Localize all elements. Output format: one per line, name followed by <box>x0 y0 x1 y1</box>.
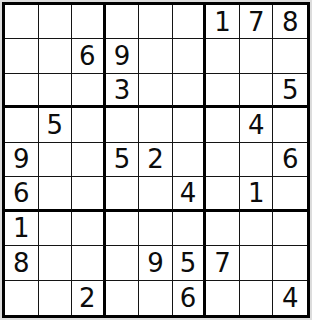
cell-r6c5[interactable] <box>139 177 173 211</box>
cell-r3c8[interactable] <box>240 74 274 108</box>
board-margin: 178693554952664118957264 <box>0 0 312 320</box>
cell-r5c7[interactable] <box>206 143 240 177</box>
given-digit-r2c3[interactable]: 6 <box>72 39 106 73</box>
cell-r9c4[interactable] <box>106 281 140 315</box>
given-digit-r6c8[interactable]: 1 <box>240 177 274 211</box>
cell-r5c2[interactable] <box>39 143 73 177</box>
cell-r7c7[interactable] <box>206 212 240 246</box>
given-digit-r8c1[interactable]: 8 <box>5 246 39 280</box>
cell-r2c2[interactable] <box>39 39 73 73</box>
cell-r5c8[interactable] <box>240 143 274 177</box>
cell-r3c5[interactable] <box>139 74 173 108</box>
cell-r1c5[interactable] <box>139 5 173 39</box>
cell-r4c4[interactable] <box>106 108 140 142</box>
given-digit-r5c5[interactable]: 2 <box>139 143 173 177</box>
cell-r8c3[interactable] <box>72 246 106 280</box>
cell-r4c3[interactable] <box>72 108 106 142</box>
cell-r2c8[interactable] <box>240 39 274 73</box>
cell-r8c4[interactable] <box>106 246 140 280</box>
cell-r6c3[interactable] <box>72 177 106 211</box>
cell-r4c6[interactable] <box>173 108 207 142</box>
cell-r6c7[interactable] <box>206 177 240 211</box>
cell-r1c1[interactable] <box>5 5 39 39</box>
cell-r3c6[interactable] <box>173 74 207 108</box>
cell-r1c3[interactable] <box>72 5 106 39</box>
given-digit-r9c3[interactable]: 2 <box>72 281 106 315</box>
cell-r4c7[interactable] <box>206 108 240 142</box>
cell-r1c2[interactable] <box>39 5 73 39</box>
given-digit-r6c6[interactable]: 4 <box>173 177 207 211</box>
cell-r6c2[interactable] <box>39 177 73 211</box>
sudoku-board: 178693554952664118957264 <box>2 2 310 318</box>
cell-r6c4[interactable] <box>106 177 140 211</box>
given-digit-r3c9[interactable]: 5 <box>273 74 307 108</box>
cell-r3c1[interactable] <box>5 74 39 108</box>
cell-r7c6[interactable] <box>173 212 207 246</box>
cell-r8c9[interactable] <box>273 246 307 280</box>
given-digit-r4c8[interactable]: 4 <box>240 108 274 142</box>
cell-r4c1[interactable] <box>5 108 39 142</box>
cell-r8c8[interactable] <box>240 246 274 280</box>
cell-r5c6[interactable] <box>173 143 207 177</box>
given-digit-r9c6[interactable]: 6 <box>173 281 207 315</box>
cell-r3c3[interactable] <box>72 74 106 108</box>
cell-r7c9[interactable] <box>273 212 307 246</box>
cell-r7c2[interactable] <box>39 212 73 246</box>
given-digit-r4c2[interactable]: 5 <box>39 108 73 142</box>
given-digit-r9c9[interactable]: 4 <box>273 281 307 315</box>
given-digit-r8c5[interactable]: 9 <box>139 246 173 280</box>
given-digit-r1c9[interactable]: 8 <box>273 5 307 39</box>
cell-r2c7[interactable] <box>206 39 240 73</box>
cell-r7c3[interactable] <box>72 212 106 246</box>
given-digit-r1c8[interactable]: 7 <box>240 5 274 39</box>
cell-r5c3[interactable] <box>72 143 106 177</box>
cell-r9c8[interactable] <box>240 281 274 315</box>
cell-r9c2[interactable] <box>39 281 73 315</box>
cell-r4c9[interactable] <box>273 108 307 142</box>
cell-r2c1[interactable] <box>5 39 39 73</box>
cell-r3c2[interactable] <box>39 74 73 108</box>
cell-r2c9[interactable] <box>273 39 307 73</box>
given-digit-r8c7[interactable]: 7 <box>206 246 240 280</box>
cell-r4c5[interactable] <box>139 108 173 142</box>
cell-r7c5[interactable] <box>139 212 173 246</box>
given-digit-r6c1[interactable]: 6 <box>5 177 39 211</box>
given-digit-r2c4[interactable]: 9 <box>106 39 140 73</box>
cell-r6c9[interactable] <box>273 177 307 211</box>
given-digit-r3c4[interactable]: 3 <box>106 74 140 108</box>
cell-r2c5[interactable] <box>139 39 173 73</box>
cell-r3c7[interactable] <box>206 74 240 108</box>
given-digit-r1c7[interactable]: 1 <box>206 5 240 39</box>
given-digit-r5c9[interactable]: 6 <box>273 143 307 177</box>
cell-r8c2[interactable] <box>39 246 73 280</box>
cell-r9c1[interactable] <box>5 281 39 315</box>
given-digit-r5c1[interactable]: 9 <box>5 143 39 177</box>
cell-r7c4[interactable] <box>106 212 140 246</box>
cell-r9c5[interactable] <box>139 281 173 315</box>
cell-r9c7[interactable] <box>206 281 240 315</box>
given-digit-r5c4[interactable]: 5 <box>106 143 140 177</box>
cell-r1c4[interactable] <box>106 5 140 39</box>
given-digit-r8c6[interactable]: 5 <box>173 246 207 280</box>
cell-r7c8[interactable] <box>240 212 274 246</box>
cell-r1c6[interactable] <box>173 5 207 39</box>
cell-r2c6[interactable] <box>173 39 207 73</box>
given-digit-r7c1[interactable]: 1 <box>5 212 39 246</box>
